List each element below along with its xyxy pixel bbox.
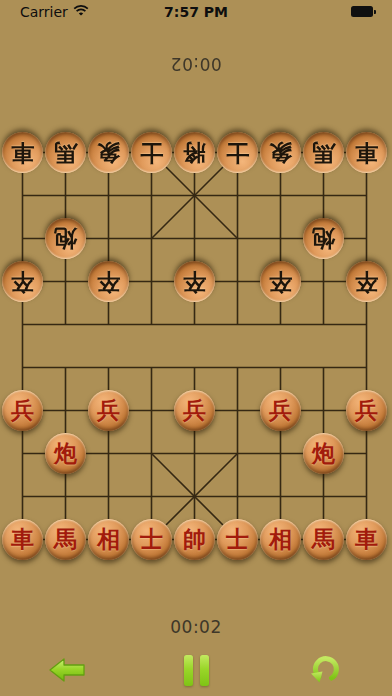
- board-point-a2[interactable]: [1, 475, 44, 518]
- board-point-c3[interactable]: [87, 432, 130, 475]
- xiangqi-board[interactable]: 車馬象士將士象馬車炮炮卒卒卒卒卒兵兵兵兵兵炮炮車馬相士帥士相馬車: [1, 131, 388, 561]
- board-point-i4[interactable]: 兵: [345, 389, 388, 432]
- piece-black-general[interactable]: 將: [174, 132, 215, 173]
- board-point-b4[interactable]: [44, 389, 87, 432]
- board-point-h4[interactable]: [302, 389, 345, 432]
- board-point-h2[interactable]: [302, 475, 345, 518]
- board-point-e3[interactable]: [173, 432, 216, 475]
- board-point-b10[interactable]: 馬: [44, 131, 87, 174]
- board-point-f6[interactable]: [216, 303, 259, 346]
- board-point-g2[interactable]: [259, 475, 302, 518]
- board-point-f1[interactable]: 士: [216, 518, 259, 561]
- board-point-f4[interactable]: [216, 389, 259, 432]
- board-point-b2[interactable]: [44, 475, 87, 518]
- piece-black-advisor[interactable]: 士: [131, 132, 172, 173]
- board-point-d7[interactable]: [130, 260, 173, 303]
- board-point-a10[interactable]: 車: [1, 131, 44, 174]
- board-point-i3[interactable]: [345, 432, 388, 475]
- board-point-a7[interactable]: 卒: [1, 260, 44, 303]
- piece-red-soldier[interactable]: 兵: [174, 390, 215, 431]
- board-point-c8[interactable]: [87, 217, 130, 260]
- board-point-e5[interactable]: [173, 346, 216, 389]
- board-point-f10[interactable]: 士: [216, 131, 259, 174]
- board-point-h5[interactable]: [302, 346, 345, 389]
- board-point-i1[interactable]: 車: [345, 518, 388, 561]
- board-point-b5[interactable]: [44, 346, 87, 389]
- board-point-h8[interactable]: 炮: [302, 217, 345, 260]
- board-point-e6[interactable]: [173, 303, 216, 346]
- board-point-i5[interactable]: [345, 346, 388, 389]
- board-point-c5[interactable]: [87, 346, 130, 389]
- pause-icon: [184, 655, 209, 686]
- board-point-a8[interactable]: [1, 217, 44, 260]
- board-point-h6[interactable]: [302, 303, 345, 346]
- board-point-c2[interactable]: [87, 475, 130, 518]
- piece-black-elephant[interactable]: 象: [88, 132, 129, 173]
- board-point-f3[interactable]: [216, 432, 259, 475]
- board-point-f5[interactable]: [216, 346, 259, 389]
- board-point-i10[interactable]: 車: [345, 131, 388, 174]
- piece-black-cannon[interactable]: 炮: [303, 218, 344, 259]
- board-point-e10[interactable]: 將: [173, 131, 216, 174]
- board-point-a6[interactable]: [1, 303, 44, 346]
- board-point-g6[interactable]: [259, 303, 302, 346]
- board-point-g1[interactable]: 相: [259, 518, 302, 561]
- board-point-d6[interactable]: [130, 303, 173, 346]
- piece-red-cannon[interactable]: 炮: [45, 433, 86, 474]
- piece-black-horse[interactable]: 馬: [303, 132, 344, 173]
- board-point-g5[interactable]: [259, 346, 302, 389]
- board-point-e2[interactable]: [173, 475, 216, 518]
- board-point-g7[interactable]: 卒: [259, 260, 302, 303]
- board-point-b9[interactable]: [44, 174, 87, 217]
- piece-red-cannon[interactable]: 炮: [303, 433, 344, 474]
- piece-black-elephant[interactable]: 象: [260, 132, 301, 173]
- board-point-d3[interactable]: [130, 432, 173, 475]
- piece-black-soldier[interactable]: 卒: [88, 261, 129, 302]
- board-point-d10[interactable]: 士: [130, 131, 173, 174]
- board-point-e7[interactable]: 卒: [173, 260, 216, 303]
- board-point-d5[interactable]: [130, 346, 173, 389]
- piece-red-advisor[interactable]: 士: [217, 519, 258, 560]
- board-point-h7[interactable]: [302, 260, 345, 303]
- board-point-d8[interactable]: [130, 217, 173, 260]
- board-point-i9[interactable]: [345, 174, 388, 217]
- board-point-b3[interactable]: 炮: [44, 432, 87, 475]
- piece-black-chariot[interactable]: 車: [2, 132, 43, 173]
- board-point-c9[interactable]: [87, 174, 130, 217]
- back-arrow-icon: [47, 656, 87, 689]
- piece-red-soldier[interactable]: 兵: [2, 390, 43, 431]
- piece-red-elephant[interactable]: 相: [260, 519, 301, 560]
- piece-black-soldier[interactable]: 卒: [174, 261, 215, 302]
- board-point-f2[interactable]: [216, 475, 259, 518]
- piece-red-elephant[interactable]: 相: [88, 519, 129, 560]
- board-point-e9[interactable]: [173, 174, 216, 217]
- board-point-f7[interactable]: [216, 260, 259, 303]
- board-point-c4[interactable]: 兵: [87, 389, 130, 432]
- piece-black-soldier[interactable]: 卒: [2, 261, 43, 302]
- board-point-b6[interactable]: [44, 303, 87, 346]
- piece-red-soldier[interactable]: 兵: [88, 390, 129, 431]
- board-point-b7[interactable]: [44, 260, 87, 303]
- board-point-g9[interactable]: [259, 174, 302, 217]
- board-point-i6[interactable]: [345, 303, 388, 346]
- board-point-c10[interactable]: 象: [87, 131, 130, 174]
- board-point-a1[interactable]: 車: [1, 518, 44, 561]
- piece-black-soldier[interactable]: 卒: [346, 261, 387, 302]
- piece-red-soldier[interactable]: 兵: [260, 390, 301, 431]
- board-point-f9[interactable]: [216, 174, 259, 217]
- piece-red-chariot[interactable]: 車: [346, 519, 387, 560]
- piece-red-chariot[interactable]: 車: [2, 519, 43, 560]
- piece-red-general[interactable]: 帥: [174, 519, 215, 560]
- board-point-h10[interactable]: 馬: [302, 131, 345, 174]
- board-point-h3[interactable]: 炮: [302, 432, 345, 475]
- board-point-d1[interactable]: 士: [130, 518, 173, 561]
- piece-black-cannon[interactable]: 炮: [45, 218, 86, 259]
- board-point-e4[interactable]: 兵: [173, 389, 216, 432]
- board-point-a9[interactable]: [1, 174, 44, 217]
- restart-circular-arrow-icon: [307, 650, 345, 691]
- board-point-a5[interactable]: [1, 346, 44, 389]
- restart-button[interactable]: [298, 648, 354, 692]
- piece-black-chariot[interactable]: 車: [346, 132, 387, 173]
- board-point-c1[interactable]: 相: [87, 518, 130, 561]
- piece-red-horse[interactable]: 馬: [45, 519, 86, 560]
- board-point-a3[interactable]: [1, 432, 44, 475]
- board-point-d2[interactable]: [130, 475, 173, 518]
- board-point-i7[interactable]: 卒: [345, 260, 388, 303]
- piece-black-horse[interactable]: 馬: [45, 132, 86, 173]
- board-point-e8[interactable]: [173, 217, 216, 260]
- board-point-d4[interactable]: [130, 389, 173, 432]
- piece-black-advisor[interactable]: 士: [217, 132, 258, 173]
- board-point-h1[interactable]: 馬: [302, 518, 345, 561]
- board-point-c6[interactable]: [87, 303, 130, 346]
- board-point-g10[interactable]: 象: [259, 131, 302, 174]
- player-timer: 00:02: [0, 617, 392, 637]
- piece-red-advisor[interactable]: 士: [131, 519, 172, 560]
- board-point-i8[interactable]: [345, 217, 388, 260]
- board-point-g4[interactable]: 兵: [259, 389, 302, 432]
- board-point-c7[interactable]: 卒: [87, 260, 130, 303]
- board-point-a4[interactable]: 兵: [1, 389, 44, 432]
- xiangqi-app-screen: Carrier 7:57 PM 00:02 車馬象士將士象馬車炮炮卒卒卒卒卒兵兵…: [0, 0, 392, 696]
- board-point-h9[interactable]: [302, 174, 345, 217]
- board-point-e1[interactable]: 帥: [173, 518, 216, 561]
- board-point-i2[interactable]: [345, 475, 388, 518]
- board-point-g8[interactable]: [259, 217, 302, 260]
- piece-red-horse[interactable]: 馬: [303, 519, 344, 560]
- pause-button[interactable]: [168, 648, 224, 692]
- piece-red-soldier[interactable]: 兵: [346, 390, 387, 431]
- piece-black-soldier[interactable]: 卒: [260, 261, 301, 302]
- board-point-g3[interactable]: [259, 432, 302, 475]
- board-point-d9[interactable]: [130, 174, 173, 217]
- board-point-b1[interactable]: 馬: [44, 518, 87, 561]
- board-point-f8[interactable]: [216, 217, 259, 260]
- back-button[interactable]: [39, 650, 95, 694]
- board-point-b8[interactable]: 炮: [44, 217, 87, 260]
